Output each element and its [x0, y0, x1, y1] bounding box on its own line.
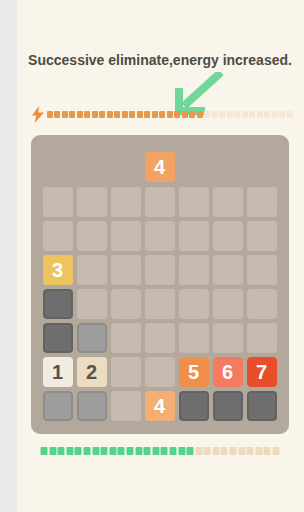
- energy-segment-filled: [47, 111, 53, 118]
- combo-segment-filled: [83, 447, 90, 455]
- board-cell-r6c7[interactable]: 7: [247, 357, 277, 387]
- energy-segment-empty: [227, 111, 233, 118]
- energy-segment-filled: [137, 111, 143, 118]
- block-tile-dark[interactable]: [43, 289, 73, 319]
- combo-segment-filled: [126, 447, 133, 455]
- board-cell-r2c7[interactable]: [247, 221, 277, 251]
- tile-4[interactable]: 4: [145, 391, 175, 421]
- board-cell-r5c2[interactable]: [77, 323, 107, 353]
- tile-3[interactable]: 3: [43, 255, 73, 285]
- combo-segment-empty: [273, 447, 280, 455]
- board-cell-r5c4[interactable]: [145, 323, 175, 353]
- combo-segment-filled: [144, 447, 151, 455]
- combo-segment-empty: [238, 447, 245, 455]
- energy-segment-filled: [114, 111, 120, 118]
- combo-segment-filled: [161, 447, 168, 455]
- combo-segment-filled: [187, 447, 194, 455]
- board-cell-r5c5[interactable]: [179, 323, 209, 353]
- energy-segment-empty: [264, 111, 270, 118]
- board-cell-r3c6[interactable]: [213, 255, 243, 285]
- board-cell-r2c5[interactable]: [179, 221, 209, 251]
- energy-segment-empty: [234, 111, 240, 118]
- board-cell-r7c1[interactable]: [43, 391, 73, 421]
- board-cell-r5c3[interactable]: [111, 323, 141, 353]
- block-tile-gray[interactable]: [43, 391, 73, 421]
- energy-segment-filled: [122, 111, 128, 118]
- energy-segment-filled: [107, 111, 113, 118]
- tile-6[interactable]: 6: [213, 357, 243, 387]
- board-cell-r4c5[interactable]: [179, 289, 209, 319]
- board-cell-r6c6[interactable]: 6: [213, 357, 243, 387]
- energy-segment-empty: [257, 111, 263, 118]
- energy-segment-filled: [129, 111, 135, 118]
- game-screen: Successive eliminate,energy increased. 4…: [17, 0, 304, 512]
- board-grid[interactable]: 3125674: [43, 187, 277, 421]
- energy-segment-filled: [99, 111, 105, 118]
- board-cell-r7c4[interactable]: 4: [145, 391, 175, 421]
- combo-segment-empty: [204, 447, 211, 455]
- energy-segment-empty: [204, 111, 210, 118]
- board-cell-r2c6[interactable]: [213, 221, 243, 251]
- board-cell-r1c7[interactable]: [247, 187, 277, 217]
- board-cell-r5c1[interactable]: [43, 323, 73, 353]
- incoming-tile-4: 4: [145, 152, 175, 182]
- tutorial-text: Successive eliminate,energy increased.: [17, 52, 304, 68]
- tile-2[interactable]: 2: [77, 357, 107, 387]
- energy-segment-empty: [219, 111, 225, 118]
- board-cell-r6c2[interactable]: 2: [77, 357, 107, 387]
- board-cell-r2c4[interactable]: [145, 221, 175, 251]
- board-cell-r1c3[interactable]: [111, 187, 141, 217]
- board-cell-r5c6[interactable]: [213, 323, 243, 353]
- energy-segment-filled: [167, 111, 173, 118]
- board-cell-r3c4[interactable]: [145, 255, 175, 285]
- board-cell-r1c4[interactable]: [145, 187, 175, 217]
- board-cell-r4c2[interactable]: [77, 289, 107, 319]
- board-cell-r2c2[interactable]: [77, 221, 107, 251]
- energy-segment-filled: [152, 111, 158, 118]
- tile-1[interactable]: 1: [43, 357, 73, 387]
- combo-segment-filled: [101, 447, 108, 455]
- combo-segment-filled: [152, 447, 159, 455]
- board-cell-r4c3[interactable]: [111, 289, 141, 319]
- combo-segment-filled: [118, 447, 125, 455]
- tile-7[interactable]: 7: [247, 357, 277, 387]
- game-board[interactable]: 4 3125674: [31, 135, 289, 434]
- energy-segment-empty: [212, 111, 218, 118]
- energy-segment-filled: [189, 111, 195, 118]
- energy-segment-filled: [197, 111, 203, 118]
- combo-segment-filled: [109, 447, 116, 455]
- energy-segment-filled: [84, 111, 90, 118]
- tile-5[interactable]: 5: [179, 357, 209, 387]
- board-cell-r7c2[interactable]: [77, 391, 107, 421]
- board-cell-r6c5[interactable]: 5: [179, 357, 209, 387]
- combo-segment-filled: [169, 447, 176, 455]
- energy-bar-segments: [47, 111, 293, 118]
- combo-segment-empty: [212, 447, 219, 455]
- energy-segment-empty: [287, 111, 293, 118]
- combo-segment-filled: [75, 447, 82, 455]
- energy-segment-filled: [62, 111, 68, 118]
- lightning-bolt-icon: [32, 106, 44, 123]
- energy-segment-empty: [272, 111, 278, 118]
- board-cell-r3c5[interactable]: [179, 255, 209, 285]
- board-cell-r5c7[interactable]: [247, 323, 277, 353]
- block-tile-dark[interactable]: [179, 391, 209, 421]
- energy-segment-empty: [249, 111, 255, 118]
- board-cell-r4c7[interactable]: [247, 289, 277, 319]
- board-cell-r1c2[interactable]: [77, 187, 107, 217]
- board-cell-r2c3[interactable]: [111, 221, 141, 251]
- board-cell-r2c1[interactable]: [43, 221, 73, 251]
- combo-segment-filled: [58, 447, 65, 455]
- energy-segment-filled: [92, 111, 98, 118]
- block-tile-dark[interactable]: [43, 323, 73, 353]
- energy-segment-empty: [242, 111, 248, 118]
- combo-segment-empty: [195, 447, 202, 455]
- energy-segment-filled: [77, 111, 83, 118]
- board-cell-r1c1[interactable]: [43, 187, 73, 217]
- board-cell-r1c5[interactable]: [179, 187, 209, 217]
- combo-segment-empty: [230, 447, 237, 455]
- energy-segment-empty: [279, 111, 285, 118]
- energy-segment-filled: [159, 111, 165, 118]
- board-cell-r6c1[interactable]: 1: [43, 357, 73, 387]
- energy-segment-filled: [54, 111, 60, 118]
- board-cell-r3c2[interactable]: [77, 255, 107, 285]
- energy-segment-filled: [182, 111, 188, 118]
- board-cell-r4c6[interactable]: [213, 289, 243, 319]
- combo-segment-empty: [255, 447, 262, 455]
- incoming-tile-row: 4: [43, 152, 277, 182]
- energy-segment-filled: [69, 111, 75, 118]
- combo-bar-segments: [40, 447, 279, 455]
- energy-segment-filled: [174, 111, 180, 118]
- combo-segment-filled: [66, 447, 73, 455]
- board-cell-r7c3[interactable]: [111, 391, 141, 421]
- combo-segment-empty: [247, 447, 254, 455]
- combo-bar: [40, 447, 279, 455]
- energy-bar: [32, 106, 293, 123]
- block-tile-dark[interactable]: [247, 391, 277, 421]
- board-cell-r3c1[interactable]: 3: [43, 255, 73, 285]
- combo-segment-empty: [221, 447, 228, 455]
- board-cell-r1c6[interactable]: [213, 187, 243, 217]
- board-cell-r6c4[interactable]: [145, 357, 175, 387]
- block-tile-dark[interactable]: [213, 391, 243, 421]
- block-tile-gray[interactable]: [77, 323, 107, 353]
- board-cell-r7c7[interactable]: [247, 391, 277, 421]
- board-cell-r3c7[interactable]: [247, 255, 277, 285]
- combo-segment-filled: [49, 447, 56, 455]
- energy-segment-filled: [144, 111, 150, 118]
- combo-segment-filled: [178, 447, 185, 455]
- board-cell-r6c3[interactable]: [111, 357, 141, 387]
- board-cell-r3c3[interactable]: [111, 255, 141, 285]
- board-cell-r7c6[interactable]: [213, 391, 243, 421]
- board-cell-r4c1[interactable]: [43, 289, 73, 319]
- block-tile-gray[interactable]: [77, 391, 107, 421]
- combo-segment-filled: [40, 447, 47, 455]
- combo-segment-empty: [264, 447, 271, 455]
- board-cell-r7c5[interactable]: [179, 391, 209, 421]
- board-cell-r4c4[interactable]: [145, 289, 175, 319]
- combo-segment-filled: [135, 447, 142, 455]
- combo-segment-filled: [92, 447, 99, 455]
